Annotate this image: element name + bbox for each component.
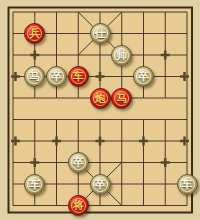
piece-bronze-soldier[interactable]: 卒 [46, 66, 67, 87]
piece-glyph: 帅 [116, 50, 127, 61]
piece-glyph: 兵 [29, 28, 40, 39]
piece-glyph: 马 [116, 93, 127, 104]
piece-glyph: 仕 [95, 28, 106, 39]
piece-glyph: 将 [73, 200, 84, 211]
piece-bronze-chariot[interactable]: 车 [24, 174, 45, 195]
piece-glyph: 卒 [95, 179, 106, 190]
pieces-layer: 兵仕帅马卒车卒炮马卒车卒车将 [0, 0, 200, 220]
piece-glyph: 车 [73, 71, 84, 82]
piece-red-horse[interactable]: 马 [111, 88, 132, 109]
piece-glyph: 卒 [73, 157, 84, 168]
piece-red-chariot[interactable]: 车 [68, 66, 89, 87]
piece-glyph: 卒 [51, 71, 62, 82]
xiangqi-board[interactable]: 兵仕帅马卒车卒炮马卒车卒车将 [0, 0, 200, 220]
piece-bronze-general[interactable]: 帅 [111, 45, 132, 66]
piece-bronze-advisor[interactable]: 仕 [90, 23, 111, 44]
piece-bronze-soldier[interactable]: 卒 [90, 174, 111, 195]
piece-red-soldier[interactable]: 兵 [24, 23, 45, 44]
piece-glyph: 炮 [95, 93, 106, 104]
piece-bronze-soldier[interactable]: 卒 [68, 152, 89, 173]
piece-bronze-chariot[interactable]: 车 [177, 174, 198, 195]
xiangqi-app: 兵仕帅马卒车卒炮马卒车卒车将 [0, 0, 200, 220]
piece-bronze-soldier[interactable]: 卒 [133, 66, 154, 87]
piece-glyph: 车 [29, 179, 40, 190]
piece-bronze-horse[interactable]: 马 [24, 66, 45, 87]
piece-glyph: 卒 [138, 71, 149, 82]
piece-glyph: 马 [29, 71, 40, 82]
piece-red-general[interactable]: 将 [68, 195, 89, 216]
piece-glyph: 车 [182, 179, 193, 190]
piece-red-cannon[interactable]: 炮 [90, 88, 111, 109]
